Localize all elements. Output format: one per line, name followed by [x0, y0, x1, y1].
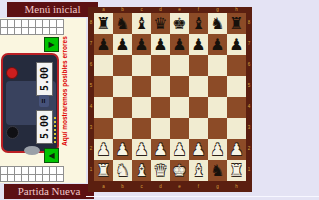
board-square[interactable]: ♟ [113, 139, 132, 160]
coordinate-label: 3 [246, 118, 252, 139]
capture-cell [8, 167, 15, 175]
board-square[interactable] [208, 55, 227, 76]
clock-display-right: 5.00 [36, 62, 53, 96]
chess-piece: ♛ [153, 16, 167, 32]
capture-cell [36, 175, 43, 183]
board-square[interactable] [189, 55, 208, 76]
capture-cell [29, 167, 36, 175]
capture-cell [22, 175, 29, 183]
coordinate-label: 5 [246, 76, 252, 97]
board-square[interactable]: ♟ [227, 34, 246, 55]
chess-piece: ♟ [96, 37, 110, 53]
error-message-area: Aquí mostraremos posibles errores [60, 50, 70, 146]
board-square[interactable] [132, 118, 151, 139]
chess-clock-body: 5.00 5.00 = [1, 53, 59, 153]
board-square[interactable]: ♟ [113, 34, 132, 55]
menu-inicial-button[interactable]: Menú inicial [7, 2, 98, 17]
board-square[interactable]: ♟ [208, 139, 227, 160]
capture-cell [36, 28, 43, 36]
coordinate-label: b [113, 184, 132, 190]
board-square[interactable]: ♞ [208, 13, 227, 34]
forward-button[interactable]: ▶ [44, 37, 59, 52]
coordinate-label: 2 [246, 139, 252, 160]
chess-piece: ♟ [115, 37, 129, 53]
board-square[interactable] [151, 97, 170, 118]
capture-cell [15, 175, 22, 183]
play-back-icon: ◀ [48, 152, 54, 160]
chess-piece: ♟ [172, 37, 186, 53]
clock-branding [54, 117, 56, 143]
board-square[interactable]: ♟ [170, 34, 189, 55]
capture-cell [8, 20, 15, 28]
clock-red-button[interactable] [6, 67, 18, 79]
chess-piece: ♟ [229, 37, 243, 53]
board-square[interactable]: ♟ [227, 139, 246, 160]
board-square[interactable] [189, 97, 208, 118]
capture-cell [36, 167, 43, 175]
board-square[interactable]: ♜ [94, 160, 113, 181]
clock-display-left: 5.00 [36, 110, 53, 144]
chess-piece: ♝ [134, 163, 148, 179]
board-square[interactable]: ♝ [132, 13, 151, 34]
board-square[interactable] [132, 55, 151, 76]
partida-nueva-button[interactable]: Partida Nueva [4, 184, 94, 199]
chess-piece: ♛ [153, 163, 167, 179]
capture-cell [29, 20, 36, 28]
board-square[interactable]: ♟ [208, 34, 227, 55]
capture-cell [43, 175, 50, 183]
board-square[interactable] [151, 55, 170, 76]
board-square[interactable] [113, 55, 132, 76]
chess-piece: ♜ [229, 16, 243, 32]
board-square[interactable]: ♟ [189, 34, 208, 55]
board-square[interactable]: ♜ [94, 13, 113, 34]
board-square[interactable]: ♞ [113, 160, 132, 181]
chess-piece: ♟ [115, 142, 129, 158]
board-square[interactable]: ♝ [189, 160, 208, 181]
board-square[interactable] [208, 76, 227, 97]
board-square[interactable] [170, 55, 189, 76]
chess-piece: ♝ [191, 163, 205, 179]
capture-cell [15, 28, 22, 36]
chess-piece: ♝ [191, 16, 205, 32]
board-square[interactable] [132, 76, 151, 97]
capture-cell [43, 167, 50, 175]
capture-cell [50, 20, 57, 28]
chess-piece: ♟ [210, 37, 224, 53]
capture-cell [57, 28, 64, 36]
capture-cell [43, 20, 50, 28]
board-square[interactable] [227, 55, 246, 76]
board-square[interactable]: ♟ [132, 139, 151, 160]
capture-cell [1, 167, 8, 175]
capture-cell [22, 20, 29, 28]
board-square[interactable] [208, 97, 227, 118]
board-square[interactable]: ♟ [151, 139, 170, 160]
capture-cell [1, 20, 8, 28]
coordinate-label: c [132, 184, 151, 190]
coordinate-label: 6 [246, 55, 252, 76]
play-forward-icon: ▶ [48, 41, 54, 49]
board-square[interactable]: ♝ [132, 160, 151, 181]
chess-piece: ♚ [172, 163, 186, 179]
capture-cell [15, 20, 22, 28]
chess-piece: ♞ [210, 16, 224, 32]
coordinate-label: e [170, 184, 189, 190]
coordinate-label: a [94, 184, 113, 190]
board-square[interactable] [227, 97, 246, 118]
capture-cell [1, 175, 8, 183]
board-square[interactable]: ♛ [151, 160, 170, 181]
board-square[interactable]: ♚ [170, 160, 189, 181]
chess-piece: ♟ [153, 37, 167, 53]
board-square[interactable] [132, 97, 151, 118]
rank-labels-right: 87654321 [246, 13, 252, 181]
capture-cell [29, 175, 36, 183]
board-square[interactable]: ♛ [151, 13, 170, 34]
board-square[interactable] [94, 118, 113, 139]
chess-piece: ♟ [96, 142, 110, 158]
chess-piece: ♜ [96, 163, 110, 179]
capture-grid [0, 19, 64, 35]
board-square[interactable]: ♟ [132, 34, 151, 55]
board-square[interactable] [94, 55, 113, 76]
chess-piece: ♟ [153, 142, 167, 158]
board-square[interactable]: ♝ [189, 13, 208, 34]
capture-cell [1, 28, 8, 36]
board-square[interactable]: ♚ [170, 13, 189, 34]
coordinate-label: g [208, 184, 227, 190]
chess-piece: ♝ [134, 16, 148, 32]
board-square[interactable]: ♟ [94, 139, 113, 160]
error-message-text: Aquí mostraremos posibles errores [60, 50, 70, 146]
capture-cell [50, 175, 57, 183]
board-square[interactable] [170, 118, 189, 139]
chess-piece: ♟ [229, 142, 243, 158]
board-square[interactable] [189, 76, 208, 97]
coordinate-label: 8 [246, 13, 252, 34]
board-square[interactable] [227, 118, 246, 139]
board-square[interactable]: ♜ [227, 160, 246, 181]
capture-cell [36, 20, 43, 28]
board-square[interactable]: ♜ [227, 13, 246, 34]
capture-cell [50, 28, 57, 36]
board-square[interactable] [151, 118, 170, 139]
capture-cell [22, 167, 29, 175]
board-square[interactable]: ♟ [189, 139, 208, 160]
capture-cell [50, 167, 57, 175]
board-square[interactable]: ♟ [94, 34, 113, 55]
board-square[interactable] [94, 76, 113, 97]
board-square[interactable] [94, 97, 113, 118]
coordinate-label: d [151, 184, 170, 190]
chess-piece: ♜ [229, 163, 243, 179]
capture-cell [43, 28, 50, 36]
board-square[interactable] [170, 97, 189, 118]
coordinate-label: h [227, 184, 246, 190]
capture-cell [57, 167, 64, 175]
back-button[interactable]: ◀ [44, 148, 59, 163]
window-edge-line [86, 196, 319, 197]
capture-cell [22, 28, 29, 36]
board-square[interactable] [113, 97, 132, 118]
capture-cell [15, 167, 22, 175]
board-square[interactable]: ♞ [208, 160, 227, 181]
chess-board-frame: abcdefgh abcdefgh 87654321 87654321 ♜♞♝♛… [88, 7, 252, 192]
capture-cell [8, 175, 15, 183]
chess-piece: ♞ [115, 163, 129, 179]
coordinate-label: 7 [246, 34, 252, 55]
chess-piece: ♞ [210, 163, 224, 179]
clock-foot [24, 146, 40, 155]
chess-piece: ♟ [172, 142, 186, 158]
chess-piece: ♟ [210, 142, 224, 158]
file-labels-bottom: abcdefgh [94, 184, 246, 190]
board-square[interactable] [208, 118, 227, 139]
clock-black-button[interactable] [6, 126, 19, 139]
board-square[interactable] [227, 76, 246, 97]
board-square[interactable]: ♞ [113, 13, 132, 34]
board-square[interactable] [113, 118, 132, 139]
board-square[interactable] [170, 76, 189, 97]
capture-grid [0, 166, 64, 182]
board-square[interactable] [151, 76, 170, 97]
capture-cell [57, 175, 64, 183]
capture-cell [8, 28, 15, 36]
chess-piece: ♟ [191, 37, 205, 53]
board-square[interactable]: ♟ [151, 34, 170, 55]
coordinate-label: 4 [246, 97, 252, 118]
chess-piece: ♟ [134, 142, 148, 158]
chess-piece: ♞ [115, 16, 129, 32]
clock-pause-icon: = [39, 95, 49, 107]
chess-clock: 5.00 5.00 = [0, 52, 60, 154]
capture-cell [29, 28, 36, 36]
coordinate-label: f [189, 184, 208, 190]
chess-piece: ♟ [134, 37, 148, 53]
coordinate-label: 1 [246, 160, 252, 181]
chess-piece: ♜ [96, 16, 110, 32]
chess-board: ♜♞♝♛♚♝♞♜♟♟♟♟♟♟♟♟♟♟♟♟♟♟♟♟♜♞♝♛♚♝♞♜ [94, 13, 246, 181]
board-square[interactable] [189, 118, 208, 139]
chess-app-window: Menú inicial ▶ 5.00 5.00 = Aquí mostrare… [0, 0, 319, 200]
capture-cell [57, 20, 64, 28]
chess-piece: ♟ [191, 142, 205, 158]
chess-piece: ♚ [172, 16, 186, 32]
board-square[interactable]: ♟ [170, 139, 189, 160]
board-square[interactable] [113, 76, 132, 97]
